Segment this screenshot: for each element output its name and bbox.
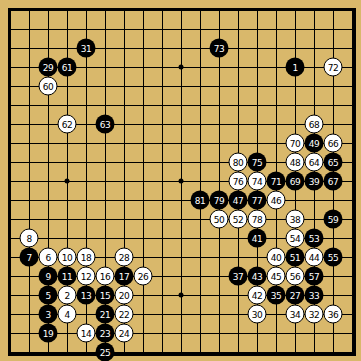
- stone-white: 80: [229, 153, 248, 172]
- stone-black: 49: [305, 134, 324, 153]
- stone-black: 7: [20, 248, 39, 267]
- stone-black: 71: [267, 172, 286, 191]
- stone-black: 39: [305, 172, 324, 191]
- stone-black: 43: [248, 267, 267, 286]
- stone-black: 23: [96, 324, 115, 343]
- stone-white: 46: [267, 191, 286, 210]
- stone-white: 8: [20, 229, 39, 248]
- stone-black: 73: [210, 39, 229, 58]
- stone-white: 12: [77, 267, 96, 286]
- stone-white: 76: [229, 172, 248, 191]
- stone-black: 61: [58, 58, 77, 77]
- stone-black: 5: [39, 286, 58, 305]
- stone-black: 81: [191, 191, 210, 210]
- stone-white: 42: [248, 286, 267, 305]
- stone-white: 45: [267, 267, 286, 286]
- stone-black: 25: [96, 343, 115, 361]
- stone-black: 41: [248, 229, 267, 248]
- stone-black: 35: [267, 286, 286, 305]
- stone-white: 14: [77, 324, 96, 343]
- stone-white: 28: [115, 248, 134, 267]
- stone-white: 62: [58, 115, 77, 134]
- stone-black: 53: [305, 229, 324, 248]
- stone-white: 4: [58, 305, 77, 324]
- stone-white: 6: [39, 248, 58, 267]
- stone-white: 34: [286, 305, 305, 324]
- stone-black: 37: [229, 267, 248, 286]
- stone-black: 75: [248, 153, 267, 172]
- stone-white: 56: [286, 267, 305, 286]
- stone-black: 69: [286, 172, 305, 191]
- stone-white: 54: [286, 229, 305, 248]
- stone-white: 26: [134, 267, 153, 286]
- stone-white: 40: [267, 248, 286, 267]
- stone-white: 50: [210, 210, 229, 229]
- stone-black: 1: [286, 58, 305, 77]
- stone-black: 47: [229, 191, 248, 210]
- stone-black: 57: [305, 267, 324, 286]
- stone-black: 3: [39, 305, 58, 324]
- stone-white: 10: [58, 248, 77, 267]
- stone-white: 36: [324, 305, 343, 324]
- stone-white: 32: [305, 305, 324, 324]
- board-grid: 1234567891011121314151617181920212223242…: [10, 10, 354, 354]
- stone-white: 44: [305, 248, 324, 267]
- stone-black: 29: [39, 58, 58, 77]
- stone-black: 65: [324, 153, 343, 172]
- stone-white: 22: [115, 305, 134, 324]
- stone-black: 59: [324, 210, 343, 229]
- stone-black: 9: [39, 267, 58, 286]
- stone-black: 51: [286, 248, 305, 267]
- stone-white: 16: [96, 267, 115, 286]
- stone-black: 27: [286, 286, 305, 305]
- stone-black: 79: [210, 191, 229, 210]
- stone-black: 11: [58, 267, 77, 286]
- stone-white: 20: [115, 286, 134, 305]
- stone-black: 13: [77, 286, 96, 305]
- stone-white: 68: [305, 115, 324, 134]
- stone-white: 38: [286, 210, 305, 229]
- stone-black: 21: [96, 305, 115, 324]
- stone-white: 48: [286, 153, 305, 172]
- star-point: [179, 179, 184, 184]
- stone-black: 17: [115, 267, 134, 286]
- stone-white: 18: [77, 248, 96, 267]
- stone-white: 78: [248, 210, 267, 229]
- stone-white: 2: [58, 286, 77, 305]
- stone-black: 67: [324, 172, 343, 191]
- stone-black: 63: [96, 115, 115, 134]
- stone-white: 74: [248, 172, 267, 191]
- stone-white: 30: [248, 305, 267, 324]
- star-point: [65, 179, 70, 184]
- stone-black: 19: [39, 324, 58, 343]
- stone-white: 64: [305, 153, 324, 172]
- stone-white: 52: [229, 210, 248, 229]
- stone-white: 72: [324, 58, 343, 77]
- stone-white: 60: [39, 77, 58, 96]
- stone-black: 15: [96, 286, 115, 305]
- stone-white: 24: [115, 324, 134, 343]
- star-point: [179, 65, 184, 70]
- stone-black: 55: [324, 248, 343, 267]
- go-board[interactable]: 1234567891011121314151617181920212223242…: [0, 0, 361, 361]
- stone-black: 31: [77, 39, 96, 58]
- stone-black: 33: [305, 286, 324, 305]
- stone-black: 77: [248, 191, 267, 210]
- stone-white: 66: [324, 134, 343, 153]
- stone-white: 70: [286, 134, 305, 153]
- star-point: [179, 293, 184, 298]
